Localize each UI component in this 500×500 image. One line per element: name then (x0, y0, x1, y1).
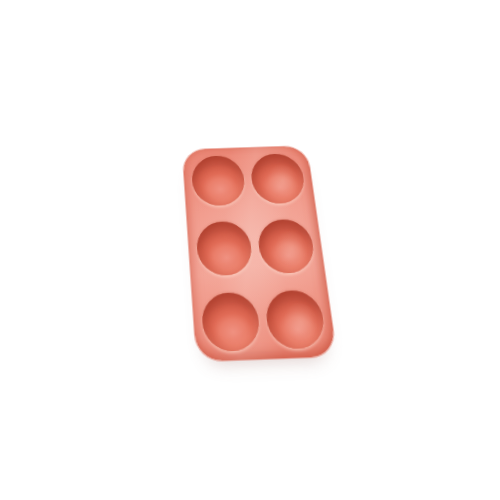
mold-cavity-r2c2 (256, 219, 316, 274)
photo-background (0, 0, 500, 500)
mold-cavity-r3c1 (200, 292, 261, 352)
mold-cavity-r3c2 (264, 290, 327, 350)
mold-cavity-r2c1 (195, 221, 254, 276)
mold-cavity-r1c1 (190, 155, 246, 206)
mold-cavity-r1c2 (249, 153, 307, 204)
silicone-muffin-mold (182, 146, 336, 361)
